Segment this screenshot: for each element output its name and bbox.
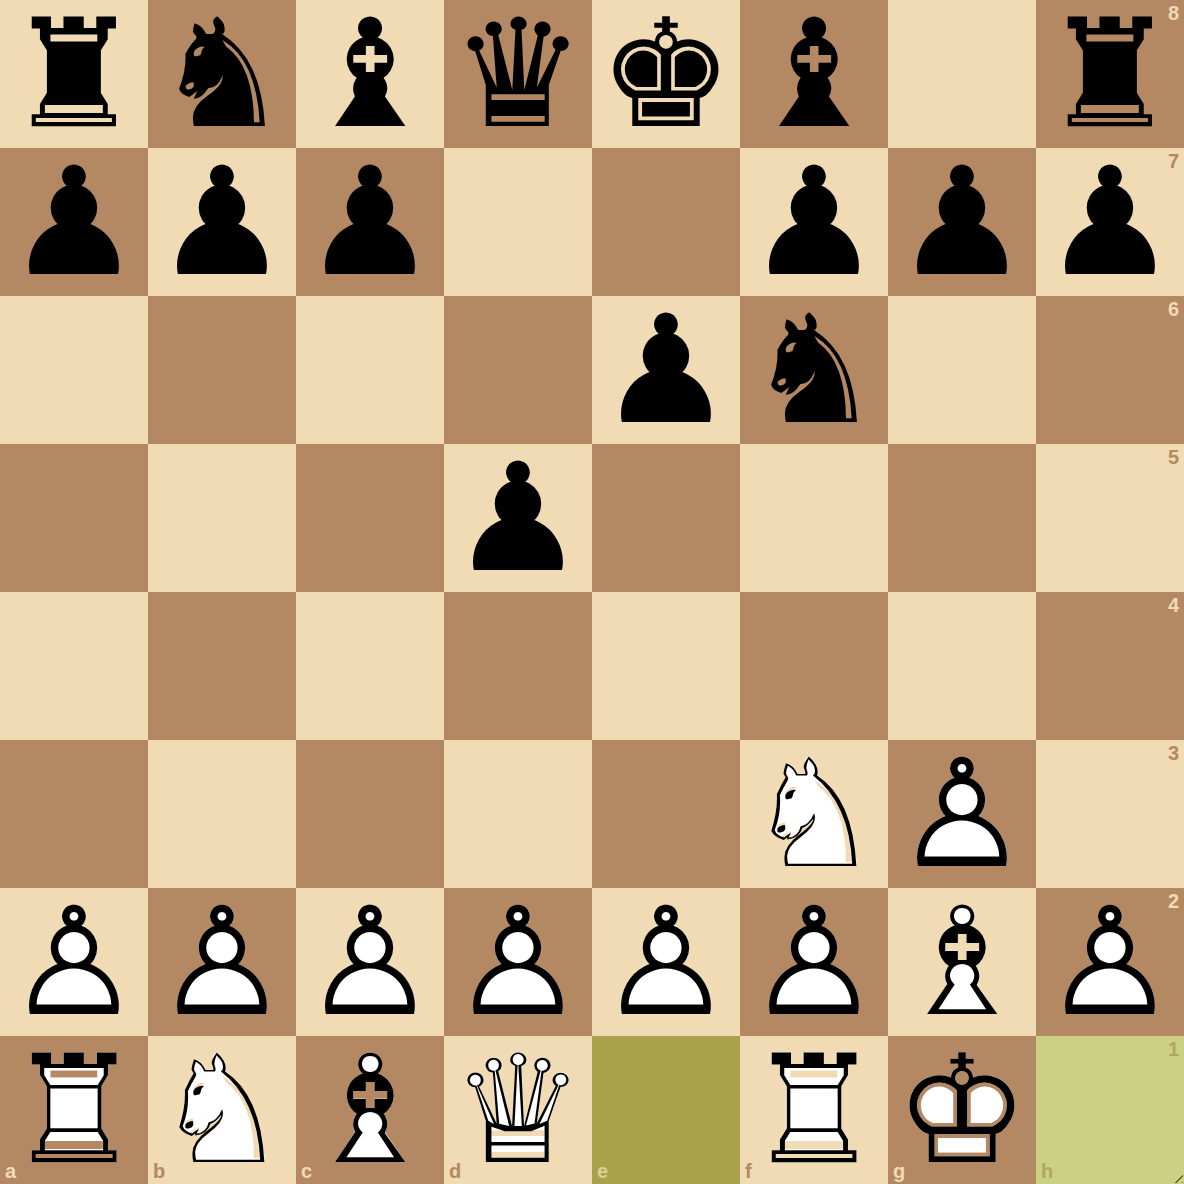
white-bishop-piece[interactable]: ♝♗ [888, 888, 1036, 1036]
black-queen-piece[interactable]: ♛ [444, 0, 592, 148]
square-h5[interactable]: 5 [1036, 444, 1184, 592]
square-e1[interactable]: e [592, 1036, 740, 1184]
white-rook-outline-icon: ♖ [740, 1036, 888, 1184]
rank-label-1: 1 [1168, 1039, 1179, 1059]
square-c4[interactable] [296, 592, 444, 740]
black-knight-piece[interactable]: ♞ [740, 296, 888, 444]
white-pawn-piece[interactable]: ♟♙ [148, 888, 296, 1036]
square-h4[interactable]: 4 [1036, 592, 1184, 740]
square-d2[interactable]: ♟♙ [444, 888, 592, 1036]
black-pawn-icon: ♟ [0, 148, 148, 296]
square-b6[interactable] [148, 296, 296, 444]
black-pawn-icon: ♟ [592, 296, 740, 444]
square-f3[interactable]: ♞♘ [740, 740, 888, 888]
square-a8[interactable]: ♜ [0, 0, 148, 148]
black-pawn-piece[interactable]: ♟ [0, 148, 148, 296]
square-a1[interactable]: ♜♖a [0, 1036, 148, 1184]
rank-label-8: 8 [1168, 3, 1179, 23]
white-pawn-outline-icon: ♙ [0, 888, 148, 1036]
square-b8[interactable]: ♞ [148, 0, 296, 148]
file-label-b: b [153, 1161, 165, 1181]
white-pawn-icon: ♟ [0, 888, 148, 1036]
white-bishop-outline-icon: ♗ [888, 888, 1036, 1036]
square-g1[interactable]: ♚♔g [888, 1036, 1036, 1184]
white-knight-icon: ♞ [740, 740, 888, 888]
white-rook-outline-icon: ♖ [0, 1036, 148, 1184]
white-bishop-icon: ♝ [296, 1036, 444, 1184]
rank-label-2: 2 [1168, 891, 1179, 911]
square-b5[interactable] [148, 444, 296, 592]
white-pawn-outline-icon: ♙ [888, 740, 1036, 888]
square-b1[interactable]: ♞♘b [148, 1036, 296, 1184]
square-h1[interactable]: 1h [1036, 1036, 1184, 1184]
black-pawn-piece[interactable]: ♟ [740, 148, 888, 296]
square-c8[interactable]: ♝ [296, 0, 444, 148]
white-knight-piece[interactable]: ♞♘ [148, 1036, 296, 1184]
square-b3[interactable] [148, 740, 296, 888]
white-rook-icon: ♜ [0, 1036, 148, 1184]
white-pawn-outline-icon: ♙ [1036, 888, 1184, 1036]
square-g2[interactable]: ♝♗ [888, 888, 1036, 1036]
file-label-g: g [893, 1161, 905, 1181]
black-rook-piece[interactable]: ♜ [1036, 0, 1184, 148]
white-pawn-piece[interactable]: ♟♙ [740, 888, 888, 1036]
square-c2[interactable]: ♟♙ [296, 888, 444, 1036]
black-knight-icon: ♞ [148, 0, 296, 148]
white-pawn-piece[interactable]: ♟♙ [592, 888, 740, 1036]
square-g8[interactable] [888, 0, 1036, 148]
square-g6[interactable] [888, 296, 1036, 444]
black-pawn-icon: ♟ [1036, 148, 1184, 296]
white-pawn-icon: ♟ [888, 740, 1036, 888]
black-pawn-icon: ♟ [148, 148, 296, 296]
square-g5[interactable] [888, 444, 1036, 592]
square-d8[interactable]: ♛ [444, 0, 592, 148]
square-d6[interactable] [444, 296, 592, 444]
white-pawn-outline-icon: ♙ [296, 888, 444, 1036]
white-pawn-piece[interactable]: ♟♙ [296, 888, 444, 1036]
square-d4[interactable] [444, 592, 592, 740]
file-label-c: c [301, 1161, 312, 1181]
white-rook-icon: ♜ [740, 1036, 888, 1184]
file-label-a: a [5, 1161, 16, 1181]
white-pawn-icon: ♟ [592, 888, 740, 1036]
white-king-outline-icon: ♔ [888, 1036, 1036, 1184]
square-f8[interactable]: ♝ [740, 0, 888, 148]
square-f1[interactable]: ♜♖f [740, 1036, 888, 1184]
square-d1[interactable]: ♛♕d [444, 1036, 592, 1184]
black-pawn-piece[interactable]: ♟ [444, 444, 592, 592]
rank-label-5: 5 [1168, 447, 1179, 467]
square-f2[interactable]: ♟♙ [740, 888, 888, 1036]
square-e3[interactable] [592, 740, 740, 888]
square-h7[interactable]: ♟7 [1036, 148, 1184, 296]
white-king-piece[interactable]: ♚♔ [888, 1036, 1036, 1184]
white-bishop-icon: ♝ [888, 888, 1036, 1036]
black-king-icon: ♚ [592, 0, 740, 148]
black-bishop-piece[interactable]: ♝ [740, 0, 888, 148]
square-b7[interactable]: ♟ [148, 148, 296, 296]
white-knight-icon: ♞ [148, 1036, 296, 1184]
white-bishop-outline-icon: ♗ [296, 1036, 444, 1184]
square-b4[interactable] [148, 592, 296, 740]
white-pawn-piece[interactable]: ♟♙ [0, 888, 148, 1036]
black-pawn-piece[interactable]: ♟ [296, 148, 444, 296]
white-queen-piece[interactable]: ♛♕ [444, 1036, 592, 1184]
black-knight-piece[interactable]: ♞ [148, 0, 296, 148]
white-knight-piece[interactable]: ♞♘ [740, 740, 888, 888]
white-bishop-piece[interactable]: ♝♗ [296, 1036, 444, 1184]
white-queen-outline-icon: ♕ [444, 1036, 592, 1184]
black-bishop-icon: ♝ [296, 0, 444, 148]
rank-label-3: 3 [1168, 743, 1179, 763]
black-rook-icon: ♜ [1036, 0, 1184, 148]
square-e4[interactable] [592, 592, 740, 740]
white-rook-piece[interactable]: ♜♖ [740, 1036, 888, 1184]
black-rook-icon: ♜ [0, 0, 148, 148]
black-pawn-piece[interactable]: ♟ [1036, 148, 1184, 296]
white-knight-outline-icon: ♘ [740, 740, 888, 888]
black-rook-piece[interactable]: ♜ [0, 0, 148, 148]
black-pawn-piece[interactable]: ♟ [888, 148, 1036, 296]
black-queen-icon: ♛ [444, 0, 592, 148]
square-a4[interactable] [0, 592, 148, 740]
rank-label-4: 4 [1168, 595, 1179, 615]
white-queen-icon: ♛ [444, 1036, 592, 1184]
square-h2[interactable]: ♟♙2 [1036, 888, 1184, 1036]
white-pawn-piece[interactable]: ♟♙ [888, 740, 1036, 888]
square-d5[interactable]: ♟ [444, 444, 592, 592]
white-pawn-icon: ♟ [740, 888, 888, 1036]
black-pawn-icon: ♟ [740, 148, 888, 296]
square-g7[interactable]: ♟ [888, 148, 1036, 296]
square-h6[interactable]: 6 [1036, 296, 1184, 444]
square-f6[interactable]: ♞ [740, 296, 888, 444]
square-c1[interactable]: ♝♗c [296, 1036, 444, 1184]
black-bishop-piece[interactable]: ♝ [296, 0, 444, 148]
chess-board: ♜♞♝♛♚♝♜8♟♟♟♟♟♟7♟♞6♟54♞♘♟♙3♟♙♟♙♟♙♟♙♟♙♟♙♝♗… [0, 0, 1184, 1184]
black-pawn-piece[interactable]: ♟ [592, 296, 740, 444]
square-e8[interactable]: ♚ [592, 0, 740, 148]
square-d3[interactable] [444, 740, 592, 888]
square-g3[interactable]: ♟♙ [888, 740, 1036, 888]
square-e7[interactable] [592, 148, 740, 296]
black-pawn-icon: ♟ [888, 148, 1036, 296]
white-pawn-piece[interactable]: ♟♙ [444, 888, 592, 1036]
file-label-f: f [745, 1161, 752, 1181]
white-pawn-icon: ♟ [148, 888, 296, 1036]
square-h3[interactable]: 3 [1036, 740, 1184, 888]
white-pawn-outline-icon: ♙ [740, 888, 888, 1036]
black-king-piece[interactable]: ♚ [592, 0, 740, 148]
square-e6[interactable]: ♟ [592, 296, 740, 444]
square-f5[interactable] [740, 444, 888, 592]
square-b2[interactable]: ♟♙ [148, 888, 296, 1036]
white-pawn-outline-icon: ♙ [148, 888, 296, 1036]
black-pawn-piece[interactable]: ♟ [148, 148, 296, 296]
black-bishop-icon: ♝ [740, 0, 888, 148]
black-pawn-icon: ♟ [444, 444, 592, 592]
white-pawn-icon: ♟ [296, 888, 444, 1036]
file-label-h: h [1041, 1161, 1053, 1181]
square-a2[interactable]: ♟♙ [0, 888, 148, 1036]
square-a5[interactable] [0, 444, 148, 592]
square-a3[interactable] [0, 740, 148, 888]
square-e2[interactable]: ♟♙ [592, 888, 740, 1036]
white-king-icon: ♚ [888, 1036, 1036, 1184]
black-pawn-icon: ♟ [296, 148, 444, 296]
square-c6[interactable] [296, 296, 444, 444]
square-f7[interactable]: ♟ [740, 148, 888, 296]
black-knight-icon: ♞ [740, 296, 888, 444]
file-label-e: e [597, 1161, 608, 1181]
square-f4[interactable] [740, 592, 888, 740]
square-c3[interactable] [296, 740, 444, 888]
square-c5[interactable] [296, 444, 444, 592]
rank-label-6: 6 [1168, 299, 1179, 319]
square-a6[interactable] [0, 296, 148, 444]
square-e5[interactable] [592, 444, 740, 592]
file-label-d: d [449, 1161, 461, 1181]
square-c7[interactable]: ♟ [296, 148, 444, 296]
white-knight-outline-icon: ♘ [148, 1036, 296, 1184]
rank-label-7: 7 [1168, 151, 1179, 171]
white-pawn-outline-icon: ♙ [444, 888, 592, 1036]
white-pawn-icon: ♟ [444, 888, 592, 1036]
white-rook-piece[interactable]: ♜♖ [0, 1036, 148, 1184]
square-a7[interactable]: ♟ [0, 148, 148, 296]
white-pawn-icon: ♟ [1036, 888, 1184, 1036]
square-h8[interactable]: ♜8 [1036, 0, 1184, 148]
white-pawn-piece[interactable]: ♟♙ [1036, 888, 1184, 1036]
square-d7[interactable] [444, 148, 592, 296]
white-pawn-outline-icon: ♙ [592, 888, 740, 1036]
square-g4[interactable] [888, 592, 1036, 740]
